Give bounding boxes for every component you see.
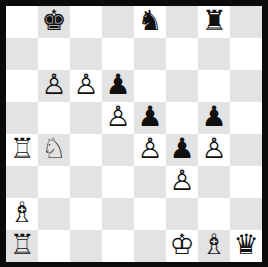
- square-b8[interactable]: ♚: [38, 6, 70, 38]
- square-g5[interactable]: ♟: [198, 102, 230, 134]
- square-c7[interactable]: [70, 38, 102, 70]
- square-b6[interactable]: ♙: [38, 70, 70, 102]
- square-c1[interactable]: [70, 230, 102, 262]
- square-f6[interactable]: [166, 70, 198, 102]
- piece-black-pawn: ♟: [201, 102, 226, 133]
- square-b2[interactable]: [38, 198, 70, 230]
- square-g1[interactable]: ♗: [198, 230, 230, 262]
- square-g4[interactable]: ♙: [198, 134, 230, 166]
- piece-black-pawn: ♟: [137, 102, 162, 133]
- square-a7[interactable]: [6, 38, 38, 70]
- square-c6[interactable]: ♙: [70, 70, 102, 102]
- square-d3[interactable]: [102, 166, 134, 198]
- square-b5[interactable]: [38, 102, 70, 134]
- square-d7[interactable]: [102, 38, 134, 70]
- square-h1[interactable]: ♛: [230, 230, 262, 262]
- square-a3[interactable]: [6, 166, 38, 198]
- piece-white-rook: ♖: [9, 230, 34, 261]
- square-c4[interactable]: [70, 134, 102, 166]
- square-c2[interactable]: [70, 198, 102, 230]
- square-g8[interactable]: ♜: [198, 6, 230, 38]
- square-e5[interactable]: ♟: [134, 102, 166, 134]
- square-e4[interactable]: ♙: [134, 134, 166, 166]
- square-d2[interactable]: [102, 198, 134, 230]
- square-a1[interactable]: ♖: [6, 230, 38, 262]
- piece-white-pawn: ♙: [105, 102, 130, 133]
- square-e8[interactable]: ♞: [134, 6, 166, 38]
- square-g7[interactable]: [198, 38, 230, 70]
- square-g2[interactable]: [198, 198, 230, 230]
- square-e3[interactable]: [134, 166, 166, 198]
- piece-white-rook: ♖: [9, 134, 34, 165]
- piece-black-knight: ♞: [137, 6, 162, 37]
- square-b7[interactable]: [38, 38, 70, 70]
- piece-black-queen: ♛: [233, 230, 258, 261]
- piece-white-bishop: ♗: [201, 230, 226, 261]
- square-c3[interactable]: [70, 166, 102, 198]
- square-g3[interactable]: [198, 166, 230, 198]
- square-f8[interactable]: [166, 6, 198, 38]
- square-f2[interactable]: [166, 198, 198, 230]
- piece-white-king: ♔: [169, 230, 194, 261]
- chess-diagram: ♚♞♜♙♙♟♙♟♟♖♘♙♟♙♙♗♖♔♗♛: [0, 0, 268, 267]
- square-c5[interactable]: [70, 102, 102, 134]
- piece-white-pawn: ♙: [41, 70, 66, 101]
- square-d1[interactable]: [102, 230, 134, 262]
- square-e6[interactable]: [134, 70, 166, 102]
- piece-black-pawn: ♟: [105, 70, 130, 101]
- piece-black-king: ♚: [41, 6, 66, 37]
- square-a5[interactable]: [6, 102, 38, 134]
- square-f4[interactable]: ♟: [166, 134, 198, 166]
- square-f3[interactable]: ♙: [166, 166, 198, 198]
- square-g6[interactable]: [198, 70, 230, 102]
- piece-white-pawn: ♙: [201, 134, 226, 165]
- square-h7[interactable]: [230, 38, 262, 70]
- square-b4[interactable]: ♘: [38, 134, 70, 166]
- square-e1[interactable]: [134, 230, 166, 262]
- square-d6[interactable]: ♟: [102, 70, 134, 102]
- square-h4[interactable]: [230, 134, 262, 166]
- square-e7[interactable]: [134, 38, 166, 70]
- square-f5[interactable]: [166, 102, 198, 134]
- square-h2[interactable]: [230, 198, 262, 230]
- square-a4[interactable]: ♖: [6, 134, 38, 166]
- square-b1[interactable]: [38, 230, 70, 262]
- piece-white-pawn: ♙: [137, 134, 162, 165]
- chess-board: ♚♞♜♙♙♟♙♟♟♖♘♙♟♙♙♗♖♔♗♛: [6, 6, 262, 262]
- square-a8[interactable]: [6, 6, 38, 38]
- square-e2[interactable]: [134, 198, 166, 230]
- square-c8[interactable]: [70, 6, 102, 38]
- square-h3[interactable]: [230, 166, 262, 198]
- square-b3[interactable]: [38, 166, 70, 198]
- square-f1[interactable]: ♔: [166, 230, 198, 262]
- piece-white-pawn: ♙: [169, 166, 194, 197]
- square-h8[interactable]: [230, 6, 262, 38]
- square-h5[interactable]: [230, 102, 262, 134]
- square-f7[interactable]: [166, 38, 198, 70]
- piece-white-knight: ♘: [41, 134, 66, 165]
- piece-black-pawn: ♟: [169, 134, 194, 165]
- square-d8[interactable]: [102, 6, 134, 38]
- piece-white-pawn: ♙: [73, 70, 98, 101]
- square-h6[interactable]: [230, 70, 262, 102]
- piece-white-bishop: ♗: [9, 198, 34, 229]
- piece-black-rook: ♜: [201, 6, 226, 37]
- square-a6[interactable]: [6, 70, 38, 102]
- square-a2[interactable]: ♗: [6, 198, 38, 230]
- square-d5[interactable]: ♙: [102, 102, 134, 134]
- square-d4[interactable]: [102, 134, 134, 166]
